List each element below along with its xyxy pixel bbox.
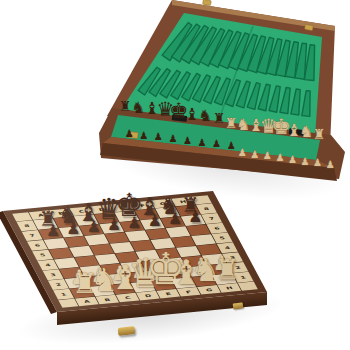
piece-black-pawn[interactable]: ♟ bbox=[147, 213, 161, 229]
tray-piece-light-rook: ♜ bbox=[225, 115, 237, 131]
piece-black-pawn[interactable]: ♟ bbox=[46, 223, 60, 239]
lid-clasp-right bbox=[305, 24, 314, 30]
tray-piece-light-pawn: ♟ bbox=[250, 149, 259, 160]
tray-piece-dark-knight: ♞ bbox=[199, 107, 213, 125]
tray-piece-dark-pawn: ♟ bbox=[212, 138, 221, 149]
tray-piece-light-pawn: ♟ bbox=[263, 150, 272, 161]
tray-piece-light-pawn: ♟ bbox=[237, 147, 246, 158]
tray-piece-dark-pawn: ♟ bbox=[154, 131, 163, 142]
tray-piece-dark-rook: ♜ bbox=[119, 98, 131, 114]
board-grid: ABCDEFGH8♜♞♝♛♚♝♞♜87♟♟♟♟♟♟♟♟7665544332♟♟♟… bbox=[12, 195, 258, 308]
tray-piece-light-pawn: ♟ bbox=[275, 152, 284, 163]
tray-piece-dark-pawn: ♟ bbox=[124, 128, 133, 139]
lid-clasp-left bbox=[203, 0, 212, 6]
piece-black-pawn[interactable]: ♟ bbox=[127, 215, 141, 231]
piece-black-pawn[interactable]: ♟ bbox=[168, 211, 182, 227]
piece-black-pawn[interactable]: ♟ bbox=[107, 217, 121, 233]
piece-white-rook[interactable]: ♜ bbox=[214, 256, 239, 284]
tray-piece-dark-pawn: ♟ bbox=[226, 140, 235, 151]
tray-piece-dark-bishop: ♝ bbox=[185, 104, 200, 124]
tray-piece-light-rook: ♜ bbox=[313, 126, 325, 142]
piece-black-pawn[interactable]: ♟ bbox=[188, 209, 202, 225]
tray-piece-dark-pawn: ♟ bbox=[183, 135, 192, 146]
tray-piece-light-knight: ♞ bbox=[299, 123, 313, 141]
frame-corner bbox=[238, 282, 258, 291]
tray-piece-dark-knight: ♞ bbox=[131, 99, 145, 117]
piece-black-pawn[interactable]: ♟ bbox=[66, 221, 80, 237]
tray-piece-dark-pawn: ♟ bbox=[139, 130, 148, 141]
tray-piece-light-pawn: ♟ bbox=[288, 154, 297, 165]
piece-black-pawn[interactable]: ♟ bbox=[86, 219, 100, 235]
tray-piece-dark-pawn: ♟ bbox=[168, 133, 177, 144]
square-h1[interactable]: ♜ bbox=[212, 273, 237, 284]
tray-piece-light-pawn: ♟ bbox=[300, 156, 309, 167]
tray-piece-dark-rook: ♜ bbox=[213, 110, 225, 126]
tray-piece-dark-pawn: ♟ bbox=[197, 137, 206, 148]
tray-piece-light-pawn: ♟ bbox=[325, 159, 334, 170]
tray-piece-light-pawn: ♟ bbox=[313, 157, 322, 168]
chess-set-product-photo: ♜♞♝♛♚♝♞♜♜♞♝♛♚♝♞♜♟♟♟♟♟♟♟♟♟♟♟♟♟♟♟♟ ABCDEFG… bbox=[0, 0, 350, 350]
